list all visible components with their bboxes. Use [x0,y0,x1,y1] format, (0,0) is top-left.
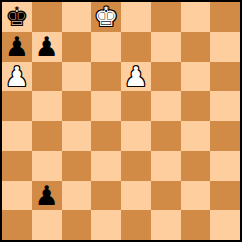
square-f3[interactable] [151,151,181,181]
square-b7[interactable]: ♟ [32,32,62,62]
square-d5[interactable] [91,91,121,121]
square-b4[interactable] [32,121,62,151]
square-c8[interactable] [62,2,92,32]
square-a5[interactable] [2,91,32,121]
square-c4[interactable] [62,121,92,151]
black-pawn[interactable]: ♟ [35,33,59,60]
square-e3[interactable] [121,151,151,181]
square-h3[interactable] [210,151,240,181]
square-b2[interactable]: ♟ [32,181,62,211]
square-f5[interactable] [151,91,181,121]
square-f8[interactable] [151,2,181,32]
square-e5[interactable] [121,91,151,121]
square-g3[interactable] [181,151,211,181]
square-e2[interactable] [121,181,151,211]
white-pawn[interactable]: ♟ [124,63,148,90]
square-g6[interactable] [181,62,211,92]
black-pawn[interactable]: ♟ [35,182,59,209]
square-d7[interactable] [91,32,121,62]
square-h2[interactable] [210,181,240,211]
square-g2[interactable] [181,181,211,211]
square-e6[interactable]: ♟ [121,62,151,92]
square-g7[interactable] [181,32,211,62]
square-g4[interactable] [181,121,211,151]
square-b6[interactable] [32,62,62,92]
square-a1[interactable] [2,210,32,240]
square-h8[interactable] [210,2,240,32]
square-d4[interactable] [91,121,121,151]
black-pawn[interactable]: ♟ [5,33,29,60]
chess-board: ♚♚♟♟♟♟♟ [2,2,240,240]
square-a2[interactable] [2,181,32,211]
square-b8[interactable] [32,2,62,32]
square-a4[interactable] [2,121,32,151]
square-f1[interactable] [151,210,181,240]
square-f7[interactable] [151,32,181,62]
square-h4[interactable] [210,121,240,151]
black-king[interactable]: ♚ [5,3,29,30]
square-c3[interactable] [62,151,92,181]
white-king[interactable]: ♚ [94,3,118,30]
square-h6[interactable] [210,62,240,92]
square-d6[interactable] [91,62,121,92]
square-h5[interactable] [210,91,240,121]
square-e1[interactable] [121,210,151,240]
square-h7[interactable] [210,32,240,62]
square-d1[interactable] [91,210,121,240]
square-f4[interactable] [151,121,181,151]
square-c1[interactable] [62,210,92,240]
square-d3[interactable] [91,151,121,181]
square-a6[interactable]: ♟ [2,62,32,92]
square-a3[interactable] [2,151,32,181]
square-g1[interactable] [181,210,211,240]
square-b1[interactable] [32,210,62,240]
square-c7[interactable] [62,32,92,62]
square-d8[interactable]: ♚ [91,2,121,32]
square-c2[interactable] [62,181,92,211]
square-g5[interactable] [181,91,211,121]
square-a7[interactable]: ♟ [2,32,32,62]
white-pawn[interactable]: ♟ [5,63,29,90]
square-c6[interactable] [62,62,92,92]
square-e4[interactable] [121,121,151,151]
square-c5[interactable] [62,91,92,121]
square-d2[interactable] [91,181,121,211]
square-g8[interactable] [181,2,211,32]
chess-board-frame: ♚♚♟♟♟♟♟ [0,0,242,242]
square-b5[interactable] [32,91,62,121]
square-e7[interactable] [121,32,151,62]
square-f6[interactable] [151,62,181,92]
square-a8[interactable]: ♚ [2,2,32,32]
square-h1[interactable] [210,210,240,240]
square-f2[interactable] [151,181,181,211]
square-e8[interactable] [121,2,151,32]
square-b3[interactable] [32,151,62,181]
